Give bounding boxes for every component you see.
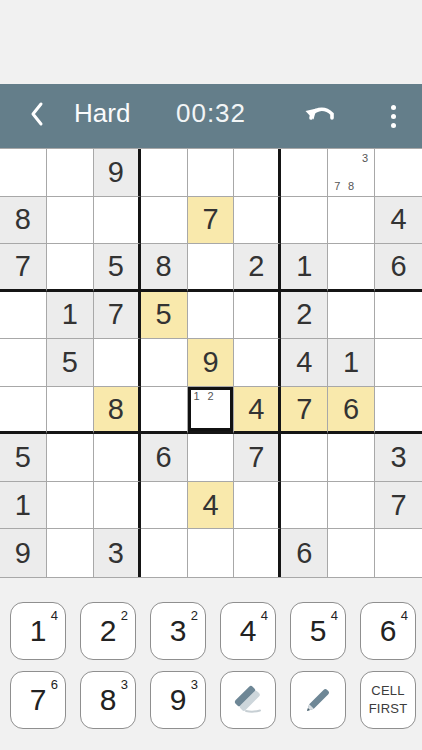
- cell-r9c4[interactable]: [141, 529, 188, 577]
- numpad-row-2: 768393: [10, 671, 416, 729]
- cell-r7c1[interactable]: 5: [0, 434, 47, 482]
- cell-r8c5[interactable]: 4: [188, 482, 235, 530]
- digit-count-badge: 4: [51, 608, 58, 623]
- digit-label: 8: [100, 683, 117, 717]
- cell-digit: 6: [390, 250, 406, 283]
- digit-button-8[interactable]: 83: [80, 671, 136, 729]
- cell-r4c7[interactable]: 2: [281, 292, 328, 340]
- cell-r9c2[interactable]: [47, 529, 94, 577]
- digit-label: 7: [30, 683, 47, 717]
- cell-r2c6[interactable]: [234, 197, 281, 245]
- cell-r4c1[interactable]: [0, 292, 47, 340]
- cell-digit: 8: [15, 203, 31, 236]
- pencil-mark: 8: [344, 179, 358, 193]
- cell-r9c1[interactable]: 9: [0, 529, 47, 577]
- pencil-mark: 7: [330, 179, 344, 193]
- eraser-icon: [232, 684, 264, 716]
- cell-r2c1[interactable]: 8: [0, 197, 47, 245]
- cell-r7c7[interactable]: [281, 434, 328, 482]
- cell-r3c9[interactable]: 6: [375, 244, 422, 292]
- cell-digit: 8: [108, 393, 124, 426]
- timer: 00:32: [176, 98, 246, 129]
- numpad: 142232445464 768393: [10, 602, 416, 740]
- status-area: [0, 0, 422, 84]
- cell-digit: 1: [296, 250, 312, 283]
- app-bar: Hard 00:32: [0, 84, 422, 148]
- cell-r2c8[interactable]: [328, 197, 375, 245]
- cell-first-label: CELL FIRST: [369, 682, 408, 717]
- cell-digit: 9: [108, 156, 124, 189]
- cell-digit: 2: [248, 250, 264, 283]
- digit-count-badge: 3: [121, 677, 128, 692]
- cell-r5c5[interactable]: 9: [188, 339, 235, 387]
- pencil-mark: 3: [358, 151, 372, 165]
- cell-r7c3[interactable]: [94, 434, 141, 482]
- cell-r3c8[interactable]: [328, 244, 375, 292]
- cell-digit: 4: [202, 489, 218, 522]
- cell-digit: 7: [108, 298, 124, 331]
- cell-r5c6[interactable]: [234, 339, 281, 387]
- cell-r7c9[interactable]: 3: [375, 434, 422, 482]
- sudoku-board: 9378874758216175259418124765673147936: [0, 148, 422, 578]
- cell-r9c6[interactable]: [234, 529, 281, 577]
- cell-digit: 8: [156, 250, 172, 283]
- pencil-marks: 12: [190, 389, 232, 430]
- cell-r3c1[interactable]: 7: [0, 244, 47, 292]
- cell-r5c2[interactable]: 5: [47, 339, 94, 387]
- cell-r8c6[interactable]: [234, 482, 281, 530]
- cell-r1c6[interactable]: [234, 149, 281, 197]
- cell-r5c1[interactable]: [0, 339, 47, 387]
- digit-label: 9: [170, 683, 187, 717]
- cell-r1c7[interactable]: [281, 149, 328, 197]
- cell-digit: 7: [390, 489, 406, 522]
- cell-r9c5[interactable]: [188, 529, 235, 577]
- cell-r1c1[interactable]: [0, 149, 47, 197]
- digit-button-3[interactable]: 32: [150, 602, 206, 660]
- cell-r7c8[interactable]: [328, 434, 375, 482]
- cell-digit: 7: [248, 441, 264, 474]
- digit-count-badge: 4: [401, 608, 408, 623]
- numpad-row-1: 142232445464: [10, 602, 416, 660]
- cell-r4c3[interactable]: 7: [94, 292, 141, 340]
- cell-r4c8[interactable]: [328, 292, 375, 340]
- cell-r7c5[interactable]: [188, 434, 235, 482]
- digit-button-5[interactable]: 54: [290, 602, 346, 660]
- cell-digit: 5: [108, 250, 124, 283]
- digit-button-9[interactable]: 93: [150, 671, 206, 729]
- digit-count-badge: 2: [191, 608, 198, 623]
- digit-label: 6: [380, 614, 397, 648]
- cell-digit: 5: [156, 298, 172, 331]
- kebab-menu-icon: [391, 105, 396, 128]
- cell-digit: 4: [296, 346, 312, 379]
- cell-r5c8[interactable]: 1: [328, 339, 375, 387]
- digit-label: 3: [170, 614, 187, 648]
- cell-r2c2[interactable]: [47, 197, 94, 245]
- cell-r4c5[interactable]: [188, 292, 235, 340]
- cell-digit: 4: [390, 203, 406, 236]
- pencil-icon: [302, 684, 334, 716]
- cell-r5c9[interactable]: [375, 339, 422, 387]
- cell-r2c9[interactable]: 4: [375, 197, 422, 245]
- cell-r6c7[interactable]: 7: [281, 387, 328, 435]
- cell-r1c4[interactable]: [141, 149, 188, 197]
- chevron-left-icon: [29, 101, 45, 131]
- digit-count-badge: 6: [51, 677, 58, 692]
- cell-digit: 6: [296, 537, 312, 570]
- cell-r2c4[interactable]: [141, 197, 188, 245]
- cell-r4c4[interactable]: 5: [141, 292, 188, 340]
- cell-r5c3[interactable]: [94, 339, 141, 387]
- cell-r8c8[interactable]: [328, 482, 375, 530]
- cell-digit: 1: [15, 489, 31, 522]
- cell-r4c6[interactable]: [234, 292, 281, 340]
- cell-r6c8[interactable]: 6: [328, 387, 375, 435]
- digit-count-badge: 3: [191, 677, 198, 692]
- cell-digit: 3: [390, 441, 406, 474]
- cell-r6c3[interactable]: 8: [94, 387, 141, 435]
- undo-arrow-icon: [303, 99, 337, 133]
- cell-r6c6[interactable]: 4: [234, 387, 281, 435]
- cell-digit: 5: [62, 346, 78, 379]
- cell-digit: 5: [15, 441, 31, 474]
- back-button[interactable]: [22, 100, 52, 132]
- cell-r7c2[interactable]: [47, 434, 94, 482]
- cell-r4c9[interactable]: [375, 292, 422, 340]
- cell-r5c7[interactable]: 4: [281, 339, 328, 387]
- cell-digit: 6: [156, 441, 172, 474]
- cell-r8c7[interactable]: [281, 482, 328, 530]
- cell-r6c1[interactable]: [0, 387, 47, 435]
- cell-r6c4[interactable]: [141, 387, 188, 435]
- cell-r8c1[interactable]: 1: [0, 482, 47, 530]
- cell-r2c7[interactable]: [281, 197, 328, 245]
- cell-r1c3[interactable]: 9: [94, 149, 141, 197]
- digit-count-badge: 2: [121, 608, 128, 623]
- cell-digit: 1: [62, 298, 78, 331]
- cell-r2c5[interactable]: 7: [188, 197, 235, 245]
- cell-r9c7[interactable]: 6: [281, 529, 328, 577]
- cell-r3c4[interactable]: 8: [141, 244, 188, 292]
- cell-digit: 9: [202, 346, 218, 379]
- cell-digit: 3: [108, 537, 124, 570]
- cell-r3c2[interactable]: [47, 244, 94, 292]
- cell-digit: 7: [15, 250, 31, 283]
- cell-r8c9[interactable]: 7: [375, 482, 422, 530]
- pencil-mark: 2: [204, 389, 218, 403]
- cell-r3c5[interactable]: [188, 244, 235, 292]
- cell-r1c9[interactable]: [375, 149, 422, 197]
- digit-label: 1: [30, 614, 47, 648]
- cell-r9c3[interactable]: 3: [94, 529, 141, 577]
- cell-r3c7[interactable]: 1: [281, 244, 328, 292]
- cell-r4c2[interactable]: 1: [47, 292, 94, 340]
- pencil-marks: 378: [330, 151, 372, 194]
- digit-button-6[interactable]: 64: [360, 602, 416, 660]
- cell-r6c9[interactable]: [375, 387, 422, 435]
- cell-r6c2[interactable]: [47, 387, 94, 435]
- cell-r7c4[interactable]: 6: [141, 434, 188, 482]
- cell-r5c4[interactable]: [141, 339, 188, 387]
- digit-label: 4: [240, 614, 257, 648]
- cell-r6c5[interactable]: 12: [188, 387, 235, 435]
- overflow-menu-button[interactable]: [378, 98, 408, 134]
- difficulty-label: Hard: [74, 98, 130, 129]
- digit-button-1[interactable]: 14: [10, 602, 66, 660]
- cell-r9c8[interactable]: [328, 529, 375, 577]
- cell-r8c2[interactable]: [47, 482, 94, 530]
- digit-button-4[interactable]: 44: [220, 602, 276, 660]
- digit-button-2[interactable]: 22: [80, 602, 136, 660]
- pencil-mark: 1: [190, 389, 204, 403]
- cell-r1c2[interactable]: [47, 149, 94, 197]
- cell-r3c6[interactable]: 2: [234, 244, 281, 292]
- cell-digit: 2: [296, 298, 312, 331]
- cell-digit: 7: [202, 203, 218, 236]
- cell-r7c6[interactable]: 7: [234, 434, 281, 482]
- undo-button[interactable]: [302, 99, 338, 133]
- pencil-button[interactable]: [290, 671, 346, 729]
- cell-r2c3[interactable]: [94, 197, 141, 245]
- digit-label: 5: [310, 614, 327, 648]
- digit-count-badge: 4: [331, 608, 338, 623]
- digit-label: 2: [100, 614, 117, 648]
- cell-r1c5[interactable]: [188, 149, 235, 197]
- cell-r1c8[interactable]: 378: [328, 149, 375, 197]
- cell-digit: 4: [248, 393, 264, 426]
- digit-count-badge: 4: [261, 608, 268, 623]
- cell-digit: 6: [343, 393, 359, 426]
- cell-r8c4[interactable]: [141, 482, 188, 530]
- cell-r8c3[interactable]: [94, 482, 141, 530]
- cell-digit: 7: [296, 393, 312, 426]
- cell-digit: 9: [15, 537, 31, 570]
- cell-digit: 1: [343, 346, 359, 379]
- eraser-button[interactable]: [220, 671, 276, 729]
- cell-r3c3[interactable]: 5: [94, 244, 141, 292]
- cell-r9c9[interactable]: [375, 529, 422, 577]
- cell-first-button[interactable]: CELL FIRST: [360, 671, 416, 729]
- digit-button-7[interactable]: 76: [10, 671, 66, 729]
